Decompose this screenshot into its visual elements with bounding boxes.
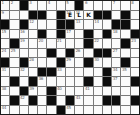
cell-r3c8[interactable]: [75, 30, 83, 39]
block-cell-r7c5: [47, 68, 55, 77]
cell-r1c5[interactable]: [47, 11, 55, 20]
cell-r5c0[interactable]: 24: [1, 49, 9, 58]
cell-r2c14[interactable]: [131, 20, 139, 29]
cell-r5c9[interactable]: [84, 49, 92, 58]
cell-r4c10[interactable]: 22: [94, 39, 102, 48]
cell-r4c8[interactable]: [75, 39, 83, 48]
cell-r4c3[interactable]: [29, 39, 37, 48]
cell-r7c3[interactable]: [29, 68, 37, 77]
block-cell-r8c3: [29, 77, 37, 86]
cell-r0c0[interactable]: 1: [1, 1, 9, 10]
cell-r11c7[interactable]: 45: [66, 106, 74, 115]
cell-r1c2[interactable]: [20, 11, 28, 20]
block-cell-r0c8: [75, 1, 83, 10]
block-cell-r10c11: [103, 96, 111, 105]
cell-r11c14[interactable]: [131, 106, 139, 115]
block-cell-r1c10: [94, 11, 102, 20]
clue-number: 20: [39, 39, 44, 43]
block-cell-r8c11: [103, 77, 111, 86]
cell-r11c2[interactable]: [20, 106, 28, 115]
block-cell-r10c1: [10, 96, 18, 105]
cell-r10c2[interactable]: 42: [20, 96, 28, 105]
cell-r9c9[interactable]: 41: [84, 87, 92, 96]
block-cell-r8c1: [10, 77, 18, 86]
cell-r6c10[interactable]: 30: [94, 58, 102, 67]
cell-r9c3[interactable]: 39: [29, 87, 37, 96]
block-cell-r3c6: [57, 30, 65, 39]
block-cell-r1c13: [121, 11, 129, 20]
cell-r2c9[interactable]: [84, 20, 92, 29]
clue-number: 3: [29, 1, 31, 5]
clue-number: 8: [131, 1, 133, 5]
cell-r4c0[interactable]: [1, 39, 9, 48]
block-cell-r7c11: [103, 68, 111, 77]
cell-r2c8[interactable]: 13: [75, 20, 83, 29]
cell-r5c12[interactable]: 27: [112, 49, 120, 58]
clue-number: 7: [113, 1, 115, 5]
clue-number: 24: [2, 49, 7, 53]
block-cell-r4c1: [10, 39, 18, 48]
cell-r11c0[interactable]: 44: [1, 106, 9, 115]
cell-r10c9[interactable]: [84, 96, 92, 105]
clue-number: 32: [20, 68, 25, 72]
cell-r8c0[interactable]: [1, 77, 9, 86]
cell-r11c10[interactable]: [94, 106, 102, 115]
block-cell-r6c6: [57, 58, 65, 67]
block-cell-r10c3: [29, 96, 37, 105]
cell-r8c6[interactable]: [57, 77, 65, 86]
cell-r0c3[interactable]: 3: [29, 1, 37, 10]
cell-r2c10[interactable]: 14: [94, 20, 102, 29]
clue-number: 25: [11, 49, 16, 53]
clue-number: 22: [94, 39, 99, 43]
clue-number: 1: [2, 1, 4, 5]
clue-number: 17: [66, 30, 71, 34]
clue-number: 18: [113, 30, 118, 34]
cell-r6c11[interactable]: [103, 58, 111, 67]
cell-r3c5[interactable]: [47, 30, 55, 39]
cell-r8c10[interactable]: [94, 77, 102, 86]
cell-r3c10[interactable]: [94, 30, 102, 39]
cell-r9c12[interactable]: [112, 87, 120, 96]
cell-r5c8[interactable]: 26: [75, 49, 83, 58]
cell-r1c8[interactable]: 11L: [75, 11, 83, 20]
clue-number: 37: [113, 77, 118, 81]
cell-r11c4[interactable]: [38, 106, 46, 115]
block-cell-r4c9: [84, 39, 92, 48]
cell-r3c1[interactable]: [10, 30, 18, 39]
cell-r6c7[interactable]: 29: [66, 58, 74, 67]
filled-letter: K: [84, 11, 92, 20]
filled-letter: L: [75, 11, 83, 20]
block-cell-r2c6: [57, 20, 65, 29]
cell-r8c7[interactable]: [66, 77, 74, 86]
clue-number: 34: [113, 68, 118, 72]
clue-number: 6: [85, 1, 87, 5]
clue-number: 16: [20, 30, 25, 34]
clue-number: 14: [94, 20, 99, 24]
cell-r10c8[interactable]: 43: [75, 96, 83, 105]
clue-number: 29: [66, 58, 71, 62]
cell-r8c8[interactable]: [75, 77, 83, 86]
cell-r6c8[interactable]: [75, 58, 83, 67]
cell-r6c4[interactable]: [38, 58, 46, 67]
block-cell-r4c13: [121, 39, 129, 48]
cell-r9c14[interactable]: [131, 87, 139, 96]
cell-r1c1[interactable]: [10, 11, 18, 20]
cell-r7c1[interactable]: [10, 68, 18, 77]
cell-r1c14[interactable]: [131, 11, 139, 20]
block-cell-r10c12: [112, 96, 120, 105]
cell-r7c0[interactable]: 31: [1, 68, 9, 77]
cell-r3c0[interactable]: 15: [1, 30, 9, 39]
clue-number: 12: [29, 20, 34, 24]
block-cell-r7c4: [38, 68, 46, 77]
cell-r11c1[interactable]: [10, 106, 18, 115]
clue-number: 21: [57, 39, 62, 43]
cell-r7c9[interactable]: [84, 68, 92, 77]
cell-r8c4[interactable]: 36: [38, 77, 46, 86]
block-cell-r5c7: [66, 49, 74, 58]
block-cell-r5c5: [47, 49, 55, 58]
block-cell-r0c2: [20, 1, 28, 10]
block-cell-r6c2: [20, 58, 28, 67]
cell-r7c14[interactable]: [131, 68, 139, 77]
clue-number: 5: [66, 1, 68, 5]
cell-r7c2[interactable]: 32: [20, 68, 28, 77]
clue-number: 23: [131, 39, 136, 43]
cell-r0c11[interactable]: [103, 1, 111, 10]
cell-r2c11[interactable]: [103, 20, 111, 29]
cell-r2c3[interactable]: 12: [29, 20, 37, 29]
cell-r9c4[interactable]: [38, 87, 46, 96]
block-cell-r1c6: [57, 11, 65, 20]
cell-r0c1[interactable]: 2: [10, 1, 18, 10]
cell-r10c10[interactable]: [94, 96, 102, 105]
block-cell-r6c13: [121, 58, 129, 67]
clue-number: 15: [2, 30, 7, 34]
cell-r6c1[interactable]: [10, 58, 18, 67]
cell-r7c7[interactable]: [66, 68, 74, 77]
cell-r4c6[interactable]: 21: [57, 39, 65, 48]
filled-letter: E: [66, 11, 74, 20]
cell-r3c2[interactable]: 16: [20, 30, 28, 39]
block-cell-r6c0: [1, 58, 9, 67]
cell-r11c13[interactable]: [121, 106, 129, 115]
cell-r10c0[interactable]: [1, 96, 9, 105]
clue-number: 45: [66, 106, 71, 110]
block-cell-r1c3: [29, 11, 37, 20]
block-cell-r3c9: [84, 30, 92, 39]
cell-r7c6[interactable]: 33: [57, 68, 65, 77]
block-cell-r2c13: [121, 20, 129, 29]
cell-r6c12[interactable]: [112, 58, 120, 67]
cell-r4c4[interactable]: 20: [38, 39, 46, 48]
block-cell-r2c2: [20, 20, 28, 29]
cell-r6c3[interactable]: 28: [29, 58, 37, 67]
clue-number: 19: [20, 39, 25, 43]
cell-r4c14[interactable]: 23: [131, 39, 139, 48]
cell-r0c6[interactable]: [57, 1, 65, 10]
cell-r10c4[interactable]: [38, 96, 46, 105]
block-cell-r3c11: [103, 30, 111, 39]
block-cell-r10c14: [131, 96, 139, 105]
clue-number: 44: [2, 106, 7, 110]
block-cell-r3c14: [131, 30, 139, 39]
clue-number: 31: [2, 68, 7, 72]
block-cell-r5c11: [103, 49, 111, 58]
cell-r1c12[interactable]: [112, 11, 120, 20]
crossword-board: 12345678910E11LK121314151617181920212223…: [0, 0, 140, 115]
cell-r5c6[interactable]: [57, 49, 65, 58]
block-cell-r10c5: [47, 96, 55, 105]
cell-r1c9[interactable]: K: [84, 11, 92, 20]
block-cell-r5c10: [94, 49, 102, 58]
cell-r5c13[interactable]: [121, 49, 129, 58]
cell-r4c5[interactable]: [47, 39, 55, 48]
cell-r11c8[interactable]: [75, 106, 83, 115]
clue-number: 27: [113, 49, 118, 53]
cell-r0c12[interactable]: 7: [112, 1, 120, 10]
cell-r9c6[interactable]: 40: [57, 87, 65, 96]
cell-r1c7[interactable]: 10E: [66, 11, 74, 20]
cell-r11c5[interactable]: [47, 106, 55, 115]
clue-number: 9: [2, 11, 4, 15]
cell-r0c5[interactable]: 4: [47, 1, 55, 10]
cell-r7c8[interactable]: [75, 68, 83, 77]
clue-number: 41: [85, 87, 90, 91]
clue-number: 2: [11, 1, 13, 5]
cell-r11c12[interactable]: [112, 106, 120, 115]
cell-r0c9[interactable]: 6: [84, 1, 92, 10]
block-cell-r2c12: [112, 20, 120, 29]
block-cell-r9c2: [20, 87, 28, 96]
block-cell-r1c4: [38, 11, 46, 20]
block-cell-r8c9: [84, 77, 92, 86]
cell-r2c4[interactable]: [38, 20, 46, 29]
cell-r11c9[interactable]: [84, 106, 92, 115]
cell-r1c0[interactable]: 9: [1, 11, 9, 20]
cell-r0c14[interactable]: 8: [131, 1, 139, 10]
cell-r2c1[interactable]: [10, 20, 18, 29]
block-cell-r11c6: [57, 106, 65, 115]
clue-number: 43: [76, 96, 81, 100]
clue-number: 30: [94, 58, 99, 62]
cell-r7c13[interactable]: 35: [121, 68, 129, 77]
block-cell-r3c4: [38, 30, 46, 39]
cell-r11c3[interactable]: [29, 106, 37, 115]
cell-r8c2[interactable]: [20, 77, 28, 86]
cell-r11c11[interactable]: [103, 106, 111, 115]
clue-number: 4: [48, 1, 50, 5]
cell-r4c12[interactable]: [112, 39, 120, 48]
cell-r3c12[interactable]: 18: [112, 30, 120, 39]
block-cell-r2c0: [1, 20, 9, 29]
clue-number: 42: [20, 96, 25, 100]
cell-r4c2[interactable]: 19: [20, 39, 28, 48]
cell-r3c7[interactable]: 17: [66, 30, 74, 39]
cell-r10c13[interactable]: [121, 96, 129, 105]
cell-r5c2[interactable]: [20, 49, 28, 58]
clue-number: 40: [57, 87, 62, 91]
block-cell-r10c7: [66, 96, 74, 105]
cell-r5c1[interactable]: 25: [10, 49, 18, 58]
cell-r7c12[interactable]: 34: [112, 68, 120, 77]
cell-r9c7[interactable]: [66, 87, 74, 96]
cell-r8c5[interactable]: [47, 77, 55, 86]
clue-number: 38: [2, 87, 7, 91]
cell-r5c4[interactable]: [38, 49, 46, 58]
block-cell-r2c7: [66, 20, 74, 29]
cell-r3c13[interactable]: [121, 30, 129, 39]
cell-r9c1[interactable]: [10, 87, 18, 96]
clue-number: 39: [29, 87, 34, 91]
clue-number: 13: [76, 20, 81, 24]
clue-number: 28: [29, 58, 34, 62]
cell-r7c10[interactable]: [94, 68, 102, 77]
cell-r0c13[interactable]: [121, 1, 129, 10]
clue-number: 33: [57, 68, 62, 72]
cell-r10c6[interactable]: [57, 96, 65, 105]
cell-r8c13[interactable]: [121, 77, 129, 86]
cell-r9c0[interactable]: 38: [1, 87, 9, 96]
cell-r6c14[interactable]: [131, 58, 139, 67]
clue-number: 36: [39, 77, 44, 81]
block-cell-r9c5: [47, 87, 55, 96]
cell-r0c7[interactable]: 5: [66, 1, 74, 10]
cell-r3c3[interactable]: [29, 30, 37, 39]
cell-r9c11[interactable]: [103, 87, 111, 96]
cell-r9c8[interactable]: [75, 87, 83, 96]
cell-r5c3[interactable]: [29, 49, 37, 58]
cell-r0c10[interactable]: [94, 1, 102, 10]
block-cell-r6c9: [84, 58, 92, 67]
block-cell-r8c14: [131, 77, 139, 86]
cell-r4c11[interactable]: [103, 39, 111, 48]
cell-r8c12[interactable]: 37: [112, 77, 120, 86]
clue-number: 26: [76, 49, 81, 53]
clue-number: 35: [122, 68, 127, 72]
cell-r4c7[interactable]: [66, 39, 74, 48]
cell-r9c13[interactable]: [121, 87, 129, 96]
cell-r5c14[interactable]: [131, 49, 139, 58]
cell-r6c5[interactable]: [47, 58, 55, 67]
block-cell-r1c11: [103, 11, 111, 20]
cell-r0c4[interactable]: [38, 1, 46, 10]
cell-r9c10[interactable]: [94, 87, 102, 96]
cell-r2c5[interactable]: [47, 20, 55, 29]
